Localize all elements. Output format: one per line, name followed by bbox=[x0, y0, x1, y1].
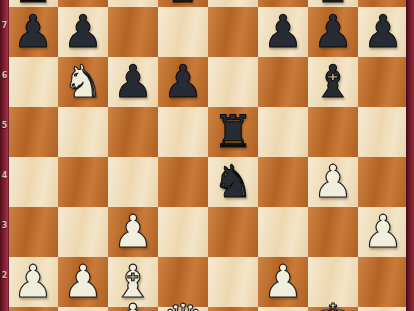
square-g5[interactable] bbox=[308, 107, 358, 157]
white-knight: ♞ bbox=[63, 57, 103, 107]
square-d3[interactable] bbox=[158, 207, 208, 257]
white-pawn: ♟ bbox=[363, 207, 403, 257]
square-f2[interactable]: ♟ bbox=[258, 257, 308, 307]
black-pawn: ♟ bbox=[263, 7, 303, 57]
rank-label-5: 5 bbox=[0, 121, 9, 130]
square-f5[interactable] bbox=[258, 107, 308, 157]
square-b4[interactable] bbox=[58, 157, 108, 207]
rank-label-7: 7 bbox=[0, 21, 9, 30]
square-f7[interactable]: ♟ bbox=[258, 7, 308, 57]
square-b3[interactable] bbox=[58, 207, 108, 257]
square-f3[interactable] bbox=[258, 207, 308, 257]
square-d7[interactable] bbox=[158, 7, 208, 57]
rank-label-3: 3 bbox=[0, 221, 9, 230]
square-h3[interactable]: ♟ bbox=[358, 207, 408, 257]
black-pawn: ♟ bbox=[363, 7, 403, 57]
square-a7[interactable]: ♟ bbox=[8, 7, 58, 57]
white-bishop: ♝ bbox=[113, 296, 153, 311]
square-f1[interactable] bbox=[258, 307, 308, 311]
square-h4[interactable] bbox=[358, 157, 408, 207]
black-rook: ♜ bbox=[213, 107, 253, 157]
square-g1[interactable]: ♚ bbox=[308, 307, 358, 311]
white-king: ♚ bbox=[313, 296, 353, 311]
black-knight: ♞ bbox=[213, 157, 253, 207]
black-pawn: ♟ bbox=[163, 57, 203, 107]
square-a2[interactable]: ♟ bbox=[8, 257, 58, 307]
square-a5[interactable] bbox=[8, 107, 58, 157]
square-h6[interactable] bbox=[358, 57, 408, 107]
square-c5[interactable] bbox=[108, 107, 158, 157]
black-bishop: ♝ bbox=[313, 57, 353, 107]
black-pawn: ♟ bbox=[313, 7, 353, 57]
square-c1[interactable]: ♝ bbox=[108, 307, 158, 311]
white-queen: ♛ bbox=[163, 296, 203, 311]
square-e5[interactable]: ♜ bbox=[208, 107, 258, 157]
square-c8[interactable] bbox=[108, 0, 158, 7]
rank-label-2: 2 bbox=[0, 271, 9, 280]
square-e1[interactable] bbox=[208, 307, 258, 311]
square-d4[interactable] bbox=[158, 157, 208, 207]
black-pawn: ♟ bbox=[63, 7, 103, 57]
square-d8[interactable]: ♛ bbox=[158, 0, 208, 7]
square-c7[interactable] bbox=[108, 7, 158, 57]
square-h5[interactable] bbox=[358, 107, 408, 157]
chess-diagram: ♜♛♚♟♟♟♟♟♞♟♟♝♜♞♟♟♟♟♟♝♟♝♛♚ 765432 bbox=[0, 0, 414, 311]
square-d5[interactable] bbox=[158, 107, 208, 157]
black-pawn: ♟ bbox=[13, 7, 53, 57]
square-a3[interactable] bbox=[8, 207, 58, 257]
square-f4[interactable] bbox=[258, 157, 308, 207]
white-pawn: ♟ bbox=[13, 257, 53, 307]
square-c6[interactable]: ♟ bbox=[108, 57, 158, 107]
square-e3[interactable] bbox=[208, 207, 258, 257]
square-g6[interactable]: ♝ bbox=[308, 57, 358, 107]
board-frame-right bbox=[406, 0, 414, 311]
square-h1[interactable] bbox=[358, 307, 408, 311]
square-b1[interactable] bbox=[58, 307, 108, 311]
square-a1[interactable] bbox=[8, 307, 58, 311]
square-b5[interactable] bbox=[58, 107, 108, 157]
white-pawn: ♟ bbox=[113, 207, 153, 257]
square-g7[interactable]: ♟ bbox=[308, 7, 358, 57]
square-g4[interactable]: ♟ bbox=[308, 157, 358, 207]
white-pawn: ♟ bbox=[63, 257, 103, 307]
square-e6[interactable] bbox=[208, 57, 258, 107]
square-a6[interactable] bbox=[8, 57, 58, 107]
square-e2[interactable] bbox=[208, 257, 258, 307]
black-pawn: ♟ bbox=[113, 57, 153, 107]
square-h2[interactable] bbox=[358, 257, 408, 307]
white-pawn: ♟ bbox=[263, 257, 303, 307]
square-b6[interactable]: ♞ bbox=[58, 57, 108, 107]
rank-label-4: 4 bbox=[0, 171, 9, 180]
square-d6[interactable]: ♟ bbox=[158, 57, 208, 107]
square-b2[interactable]: ♟ bbox=[58, 257, 108, 307]
white-pawn: ♟ bbox=[313, 157, 353, 207]
square-c3[interactable]: ♟ bbox=[108, 207, 158, 257]
square-e4[interactable]: ♞ bbox=[208, 157, 258, 207]
chess-board: ♜♛♚♟♟♟♟♟♞♟♟♝♜♞♟♟♟♟♟♝♟♝♛♚ bbox=[8, 0, 408, 311]
square-e7[interactable] bbox=[208, 7, 258, 57]
square-f6[interactable] bbox=[258, 57, 308, 107]
board-frame-left bbox=[0, 0, 9, 311]
square-g3[interactable] bbox=[308, 207, 358, 257]
square-e8[interactable] bbox=[208, 0, 258, 7]
rank-label-6: 6 bbox=[0, 71, 9, 80]
square-b7[interactable]: ♟ bbox=[58, 7, 108, 57]
square-a4[interactable] bbox=[8, 157, 58, 207]
square-h7[interactable]: ♟ bbox=[358, 7, 408, 57]
square-c4[interactable] bbox=[108, 157, 158, 207]
square-d1[interactable]: ♛ bbox=[158, 307, 208, 311]
